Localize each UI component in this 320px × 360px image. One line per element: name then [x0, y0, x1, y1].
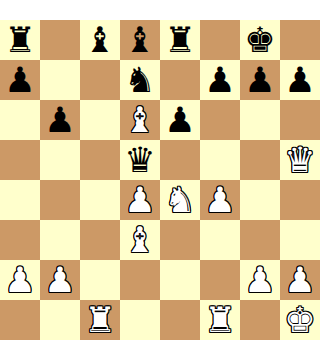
square-e1[interactable] [160, 300, 200, 340]
square-h5[interactable]: ♛ [280, 140, 320, 180]
square-b5[interactable] [40, 140, 80, 180]
square-a4[interactable] [0, 180, 40, 220]
square-h2[interactable]: ♟ [280, 260, 320, 300]
square-h4[interactable] [280, 180, 320, 220]
black-rook: ♜ [160, 20, 200, 60]
square-h7[interactable]: ♟ [280, 60, 320, 100]
square-b8[interactable] [40, 20, 80, 60]
black-rook: ♜ [0, 20, 40, 60]
square-d5[interactable]: ♛ [120, 140, 160, 180]
square-b3[interactable] [40, 220, 80, 260]
black-king: ♚ [240, 20, 280, 60]
black-pawn: ♟ [160, 100, 200, 140]
white-pawn: ♟ [240, 260, 280, 300]
square-f5[interactable] [200, 140, 240, 180]
chess-puzzle-window: WCSAC.0198 ♜♝♝♜♚♟♞♟♟♟♟♝♟♛♛♟♞♟♝♟♟♟♟♜♜♚ 1.… [0, 0, 320, 360]
square-a7[interactable]: ♟ [0, 60, 40, 100]
square-d6[interactable]: ♝ [120, 100, 160, 140]
black-queen: ♛ [120, 140, 160, 180]
square-c5[interactable] [80, 140, 120, 180]
square-g2[interactable]: ♟ [240, 260, 280, 300]
square-d1[interactable] [120, 300, 160, 340]
square-e7[interactable] [160, 60, 200, 100]
square-a1[interactable] [0, 300, 40, 340]
square-g8[interactable]: ♚ [240, 20, 280, 60]
square-e3[interactable] [160, 220, 200, 260]
square-f4[interactable]: ♟ [200, 180, 240, 220]
square-c2[interactable] [80, 260, 120, 300]
square-a6[interactable] [0, 100, 40, 140]
square-d8[interactable]: ♝ [120, 20, 160, 60]
square-d7[interactable]: ♞ [120, 60, 160, 100]
square-f1[interactable]: ♜ [200, 300, 240, 340]
white-pawn: ♟ [280, 260, 320, 300]
square-e5[interactable] [160, 140, 200, 180]
black-pawn: ♟ [40, 100, 80, 140]
square-d2[interactable] [120, 260, 160, 300]
square-e6[interactable]: ♟ [160, 100, 200, 140]
square-h8[interactable] [280, 20, 320, 60]
white-pawn: ♟ [200, 180, 240, 220]
square-d3[interactable]: ♝ [120, 220, 160, 260]
black-pawn: ♟ [280, 60, 320, 100]
black-pawn: ♟ [200, 60, 240, 100]
white-bishop: ♝ [120, 100, 160, 140]
white-rook: ♜ [80, 300, 120, 340]
square-f8[interactable] [200, 20, 240, 60]
square-e2[interactable] [160, 260, 200, 300]
white-pawn: ♟ [40, 260, 80, 300]
square-f2[interactable] [200, 260, 240, 300]
white-pawn: ♟ [120, 180, 160, 220]
square-h6[interactable] [280, 100, 320, 140]
square-f7[interactable]: ♟ [200, 60, 240, 100]
white-rook: ♜ [200, 300, 240, 340]
square-g6[interactable] [240, 100, 280, 140]
title-bar: WCSAC.0198 [0, 0, 320, 20]
square-c8[interactable]: ♝ [80, 20, 120, 60]
square-c1[interactable]: ♜ [80, 300, 120, 340]
white-king: ♚ [280, 300, 320, 340]
status-bar: 1. ? [0, 340, 320, 360]
square-b4[interactable] [40, 180, 80, 220]
square-c3[interactable] [80, 220, 120, 260]
square-h3[interactable] [280, 220, 320, 260]
square-c7[interactable] [80, 60, 120, 100]
square-b1[interactable] [40, 300, 80, 340]
square-e4[interactable]: ♞ [160, 180, 200, 220]
black-pawn: ♟ [240, 60, 280, 100]
black-knight: ♞ [120, 60, 160, 100]
square-a3[interactable] [0, 220, 40, 260]
square-b7[interactable] [40, 60, 80, 100]
square-c6[interactable] [80, 100, 120, 140]
square-g4[interactable] [240, 180, 280, 220]
white-pawn: ♟ [0, 260, 40, 300]
square-g7[interactable]: ♟ [240, 60, 280, 100]
square-a2[interactable]: ♟ [0, 260, 40, 300]
square-g5[interactable] [240, 140, 280, 180]
square-b2[interactable]: ♟ [40, 260, 80, 300]
black-bishop: ♝ [120, 20, 160, 60]
black-pawn: ♟ [0, 60, 40, 100]
square-c4[interactable] [80, 180, 120, 220]
white-knight: ♞ [160, 180, 200, 220]
square-d4[interactable]: ♟ [120, 180, 160, 220]
black-bishop: ♝ [80, 20, 120, 60]
square-e8[interactable]: ♜ [160, 20, 200, 60]
square-a5[interactable] [0, 140, 40, 180]
square-a8[interactable]: ♜ [0, 20, 40, 60]
square-f6[interactable] [200, 100, 240, 140]
white-bishop: ♝ [120, 220, 160, 260]
chess-board: ♜♝♝♜♚♟♞♟♟♟♟♝♟♛♛♟♞♟♝♟♟♟♟♜♜♚ [0, 20, 320, 340]
square-g1[interactable] [240, 300, 280, 340]
square-g3[interactable] [240, 220, 280, 260]
square-f3[interactable] [200, 220, 240, 260]
square-b6[interactable]: ♟ [40, 100, 80, 140]
white-queen: ♛ [280, 140, 320, 180]
square-h1[interactable]: ♚ [280, 300, 320, 340]
